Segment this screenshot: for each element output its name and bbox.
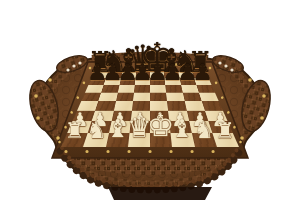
square-c6[interactable] — [117, 85, 134, 93]
square-d6[interactable] — [134, 85, 150, 93]
square-c5[interactable] — [116, 93, 134, 101]
square-e6[interactable] — [150, 85, 166, 93]
piece-white-bishop[interactable]: ♝ — [171, 117, 193, 142]
square-b6[interactable] — [101, 85, 119, 93]
piece-white-knight[interactable]: ♞ — [86, 119, 106, 142]
square-h5[interactable] — [199, 93, 219, 101]
square-f5[interactable] — [166, 93, 184, 101]
piece-black-pawn[interactable]: ♟ — [192, 61, 213, 84]
square-h6[interactable] — [196, 85, 215, 93]
piece-white-knight[interactable]: ♞ — [193, 119, 213, 142]
piece-white-bishop[interactable]: ♝ — [107, 117, 129, 142]
piece-white-rook[interactable]: ♜ — [215, 120, 235, 142]
square-d5[interactable] — [133, 93, 150, 101]
piece-white-rook[interactable]: ♜ — [65, 120, 85, 142]
square-f6[interactable] — [165, 85, 182, 93]
square-e5[interactable] — [150, 93, 167, 101]
square-b5[interactable] — [98, 93, 117, 101]
chess-table-photo: ♜♞♝♛♚♝♞♜♟♟♟♟♟♟♟♟♟♟♟♟♟♟♟♟♜♞♝♛♚♝♞♜ — [0, 0, 300, 200]
table-underside-shadow — [108, 187, 212, 200]
